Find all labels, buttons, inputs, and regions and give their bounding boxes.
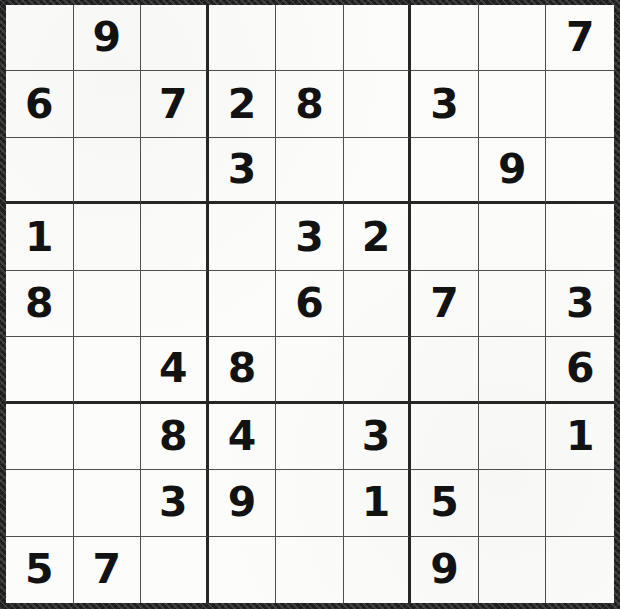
given-digit-r5c1[interactable]: 8 [6, 271, 74, 337]
given-digit-r9c1[interactable]: 5 [6, 537, 74, 603]
cell-r9c3[interactable] [141, 537, 209, 603]
given-digit-r1c9[interactable]: 7 [546, 5, 614, 71]
given-digit-r2c1[interactable]: 6 [6, 71, 74, 137]
cell-r2c2[interactable] [74, 71, 142, 137]
cell-r5c3[interactable] [141, 271, 209, 337]
cell-r8c5[interactable] [276, 470, 344, 536]
sudoku-page: 976728339132867348684313915579 [0, 0, 620, 609]
cell-r9c8[interactable] [479, 537, 547, 603]
cell-r9c9[interactable] [546, 537, 614, 603]
given-digit-r3c4[interactable]: 3 [209, 138, 277, 204]
cell-r3c1[interactable] [6, 138, 74, 204]
cell-r1c3[interactable] [141, 5, 209, 71]
given-digit-r6c9[interactable]: 6 [546, 337, 614, 403]
cell-r5c4[interactable] [209, 271, 277, 337]
cell-r3c6[interactable] [344, 138, 412, 204]
given-digit-r9c7[interactable]: 9 [411, 537, 479, 603]
cell-r5c2[interactable] [74, 271, 142, 337]
cell-r8c8[interactable] [479, 470, 547, 536]
cell-r1c6[interactable] [344, 5, 412, 71]
given-digit-r8c6[interactable]: 1 [344, 470, 412, 536]
cell-r6c2[interactable] [74, 337, 142, 403]
given-digit-r7c9[interactable]: 1 [546, 404, 614, 470]
cell-r6c5[interactable] [276, 337, 344, 403]
cell-r6c8[interactable] [479, 337, 547, 403]
cell-r3c9[interactable] [546, 138, 614, 204]
cell-r1c1[interactable] [6, 5, 74, 71]
cell-r5c8[interactable] [479, 271, 547, 337]
cell-r4c9[interactable] [546, 204, 614, 270]
cell-r4c8[interactable] [479, 204, 547, 270]
cell-r1c8[interactable] [479, 5, 547, 71]
given-digit-r9c2[interactable]: 7 [74, 537, 142, 603]
given-digit-r5c9[interactable]: 3 [546, 271, 614, 337]
cell-r8c2[interactable] [74, 470, 142, 536]
cell-r4c7[interactable] [411, 204, 479, 270]
given-digit-r7c3[interactable]: 8 [141, 404, 209, 470]
cell-r9c6[interactable] [344, 537, 412, 603]
given-digit-r7c4[interactable]: 4 [209, 404, 277, 470]
given-digit-r4c1[interactable]: 1 [6, 204, 74, 270]
given-digit-r1c2[interactable]: 9 [74, 5, 142, 71]
cell-r8c1[interactable] [6, 470, 74, 536]
given-digit-r2c3[interactable]: 7 [141, 71, 209, 137]
given-digit-r7c6[interactable]: 3 [344, 404, 412, 470]
cell-r8c9[interactable] [546, 470, 614, 536]
cell-r7c5[interactable] [276, 404, 344, 470]
given-digit-r6c3[interactable]: 4 [141, 337, 209, 403]
cell-r2c8[interactable] [479, 71, 547, 137]
cell-r7c8[interactable] [479, 404, 547, 470]
cell-r3c3[interactable] [141, 138, 209, 204]
given-digit-r5c5[interactable]: 6 [276, 271, 344, 337]
cell-r9c5[interactable] [276, 537, 344, 603]
given-digit-r8c4[interactable]: 9 [209, 470, 277, 536]
given-digit-r8c7[interactable]: 5 [411, 470, 479, 536]
given-digit-r6c4[interactable]: 8 [209, 337, 277, 403]
cell-r4c4[interactable] [209, 204, 277, 270]
cell-r4c2[interactable] [74, 204, 142, 270]
given-digit-r2c4[interactable]: 2 [209, 71, 277, 137]
cell-r3c7[interactable] [411, 138, 479, 204]
cell-r1c5[interactable] [276, 5, 344, 71]
given-digit-r5c7[interactable]: 7 [411, 271, 479, 337]
sudoku-board: 976728339132867348684313915579 [6, 5, 614, 603]
given-digit-r3c8[interactable]: 9 [479, 138, 547, 204]
cell-r7c2[interactable] [74, 404, 142, 470]
given-digit-r4c5[interactable]: 3 [276, 204, 344, 270]
cell-r9c4[interactable] [209, 537, 277, 603]
cell-r3c5[interactable] [276, 138, 344, 204]
cell-r1c7[interactable] [411, 5, 479, 71]
given-digit-r8c3[interactable]: 3 [141, 470, 209, 536]
cell-r2c6[interactable] [344, 71, 412, 137]
cell-r6c7[interactable] [411, 337, 479, 403]
cell-r4c3[interactable] [141, 204, 209, 270]
cell-r7c7[interactable] [411, 404, 479, 470]
cell-r3c2[interactable] [74, 138, 142, 204]
cell-r2c9[interactable] [546, 71, 614, 137]
given-digit-r2c5[interactable]: 8 [276, 71, 344, 137]
cell-r6c6[interactable] [344, 337, 412, 403]
given-digit-r4c6[interactable]: 2 [344, 204, 412, 270]
cell-r1c4[interactable] [209, 5, 277, 71]
given-digit-r2c7[interactable]: 3 [411, 71, 479, 137]
cell-r5c6[interactable] [344, 271, 412, 337]
cell-r6c1[interactable] [6, 337, 74, 403]
cell-r7c1[interactable] [6, 404, 74, 470]
